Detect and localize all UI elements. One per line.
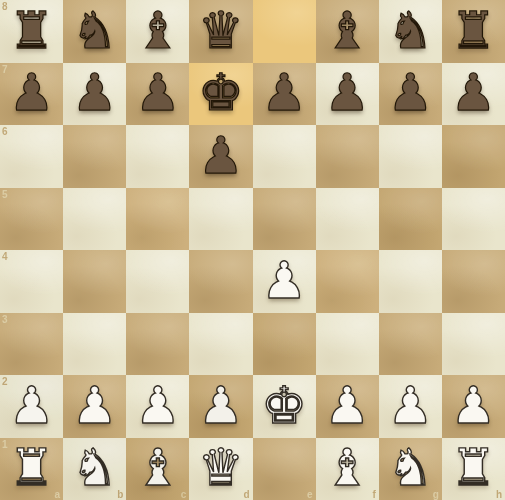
square-c4[interactable] (126, 250, 189, 313)
square-f7[interactable]: ♟ (316, 63, 379, 126)
square-g5[interactable] (379, 188, 442, 251)
white-king-icon[interactable]: ♚ (261, 380, 307, 431)
coord-rank-4: 4 (2, 251, 8, 262)
square-d8[interactable]: ♛ (189, 0, 252, 63)
white-pawn-icon[interactable]: ♟ (135, 380, 181, 431)
black-pawn-icon[interactable]: ♟ (324, 67, 370, 118)
coord-file-h: h (496, 489, 502, 500)
square-d2[interactable]: ♟ (189, 375, 252, 438)
square-c5[interactable] (126, 188, 189, 251)
black-pawn-icon[interactable]: ♟ (135, 67, 181, 118)
square-a3[interactable]: 3 (0, 313, 63, 376)
square-e6[interactable] (253, 125, 316, 188)
black-pawn-icon[interactable]: ♟ (198, 130, 244, 181)
square-g3[interactable] (379, 313, 442, 376)
white-bishop-icon[interactable]: ♝ (135, 442, 181, 493)
square-e3[interactable] (253, 313, 316, 376)
square-f6[interactable] (316, 125, 379, 188)
square-d6[interactable]: ♟ (189, 125, 252, 188)
square-g4[interactable] (379, 250, 442, 313)
square-f1[interactable]: ♝f (316, 438, 379, 500)
coord-file-b: b (117, 489, 123, 500)
square-b5[interactable] (63, 188, 126, 251)
coord-file-a: a (55, 489, 61, 500)
chess-board: ♜8♞♝♛♝♞♜♟7♟♟♚♟♟♟♟6♟54♟3♟2♟♟♟♚♟♟♟♜1a♞b♝c♛… (0, 0, 505, 500)
square-b2[interactable]: ♟ (63, 375, 126, 438)
black-king-icon[interactable]: ♚ (198, 67, 244, 118)
square-e1[interactable]: e (253, 438, 316, 500)
square-e4[interactable]: ♟ (253, 250, 316, 313)
white-pawn-icon[interactable]: ♟ (198, 380, 244, 431)
white-pawn-icon[interactable]: ♟ (261, 255, 307, 306)
white-pawn-icon[interactable]: ♟ (451, 380, 497, 431)
coord-rank-3: 3 (2, 314, 8, 325)
square-a5[interactable]: 5 (0, 188, 63, 251)
black-rook-icon[interactable]: ♜ (451, 5, 497, 56)
square-b4[interactable] (63, 250, 126, 313)
coord-rank-7: 7 (2, 64, 8, 75)
black-pawn-icon[interactable]: ♟ (451, 67, 497, 118)
black-knight-icon[interactable]: ♞ (387, 5, 433, 56)
black-bishop-icon[interactable]: ♝ (324, 5, 370, 56)
coord-rank-6: 6 (2, 126, 8, 137)
square-b6[interactable] (63, 125, 126, 188)
square-a1[interactable]: ♜1a (0, 438, 63, 500)
square-c3[interactable] (126, 313, 189, 376)
black-bishop-icon[interactable]: ♝ (135, 5, 181, 56)
square-a4[interactable]: 4 (0, 250, 63, 313)
white-bishop-icon[interactable]: ♝ (324, 442, 370, 493)
square-g6[interactable] (379, 125, 442, 188)
square-h6[interactable] (442, 125, 505, 188)
square-b8[interactable]: ♞ (63, 0, 126, 63)
black-pawn-icon[interactable]: ♟ (9, 67, 55, 118)
square-h5[interactable] (442, 188, 505, 251)
black-pawn-icon[interactable]: ♟ (387, 67, 433, 118)
white-pawn-icon[interactable]: ♟ (324, 380, 370, 431)
coord-rank-1: 1 (2, 439, 8, 450)
white-pawn-icon[interactable]: ♟ (9, 380, 55, 431)
coord-file-g: g (433, 489, 439, 500)
square-h1[interactable]: ♜h (442, 438, 505, 500)
white-queen-icon[interactable]: ♛ (198, 442, 244, 493)
square-f8[interactable]: ♝ (316, 0, 379, 63)
black-queen-icon[interactable]: ♛ (198, 5, 244, 56)
square-h8[interactable]: ♜ (442, 0, 505, 63)
black-knight-icon[interactable]: ♞ (72, 5, 118, 56)
coord-file-e: e (307, 489, 313, 500)
square-c1[interactable]: ♝c (126, 438, 189, 500)
square-h2[interactable]: ♟ (442, 375, 505, 438)
square-a2[interactable]: ♟2 (0, 375, 63, 438)
black-rook-icon[interactable]: ♜ (9, 5, 55, 56)
white-knight-icon[interactable]: ♞ (387, 442, 433, 493)
square-a7[interactable]: ♟7 (0, 63, 63, 126)
square-f5[interactable] (316, 188, 379, 251)
square-g7[interactable]: ♟ (379, 63, 442, 126)
square-d7[interactable]: ♚ (189, 63, 252, 126)
white-rook-icon[interactable]: ♜ (451, 442, 497, 493)
square-d5[interactable] (189, 188, 252, 251)
square-d3[interactable] (189, 313, 252, 376)
white-pawn-icon[interactable]: ♟ (72, 380, 118, 431)
square-c8[interactable]: ♝ (126, 0, 189, 63)
coord-rank-8: 8 (2, 1, 8, 12)
white-knight-icon[interactable]: ♞ (72, 442, 118, 493)
square-f2[interactable]: ♟ (316, 375, 379, 438)
white-rook-icon[interactable]: ♜ (9, 442, 55, 493)
black-pawn-icon[interactable]: ♟ (72, 67, 118, 118)
coord-rank-2: 2 (2, 376, 8, 387)
square-h3[interactable] (442, 313, 505, 376)
square-e7[interactable]: ♟ (253, 63, 316, 126)
square-d4[interactable] (189, 250, 252, 313)
square-c2[interactable]: ♟ (126, 375, 189, 438)
square-f4[interactable] (316, 250, 379, 313)
square-a6[interactable]: 6 (0, 125, 63, 188)
square-g8[interactable]: ♞ (379, 0, 442, 63)
square-h4[interactable] (442, 250, 505, 313)
square-c6[interactable] (126, 125, 189, 188)
coord-file-d: d (243, 489, 249, 500)
square-e5[interactable] (253, 188, 316, 251)
square-b7[interactable]: ♟ (63, 63, 126, 126)
coord-file-c: c (181, 489, 187, 500)
square-h7[interactable]: ♟ (442, 63, 505, 126)
square-e8[interactable] (253, 0, 316, 63)
black-pawn-icon[interactable]: ♟ (261, 67, 307, 118)
square-a8[interactable]: ♜8 (0, 0, 63, 63)
coord-rank-5: 5 (2, 189, 8, 200)
square-g1[interactable]: ♞g (379, 438, 442, 500)
square-e2[interactable]: ♚ (253, 375, 316, 438)
coord-file-f: f (372, 489, 375, 500)
square-b3[interactable] (63, 313, 126, 376)
square-g2[interactable]: ♟ (379, 375, 442, 438)
square-b1[interactable]: ♞b (63, 438, 126, 500)
square-c7[interactable]: ♟ (126, 63, 189, 126)
square-f3[interactable] (316, 313, 379, 376)
white-pawn-icon[interactable]: ♟ (387, 380, 433, 431)
square-d1[interactable]: ♛d (189, 438, 252, 500)
